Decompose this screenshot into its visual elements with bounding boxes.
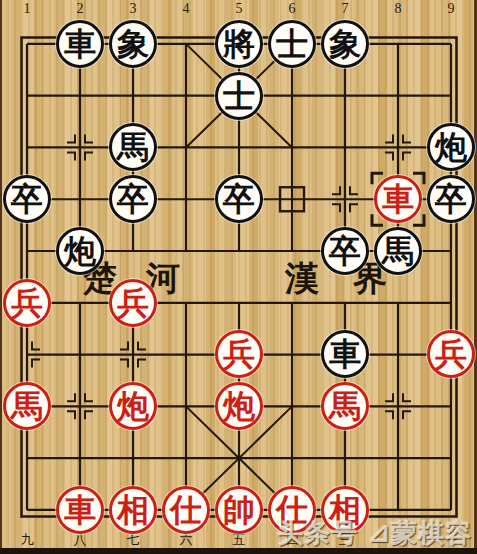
piece-red-cannon[interactable]: 炮 xyxy=(109,382,157,430)
piece-black-horse[interactable]: 馬 xyxy=(109,123,157,171)
file-label-top: 3 xyxy=(130,1,137,17)
file-label-top: 7 xyxy=(342,1,349,17)
piece-red-horse[interactable]: 馬 xyxy=(3,382,51,430)
piece-black-elephant[interactable]: 象 xyxy=(321,20,369,68)
piece-black-pawn[interactable]: 卒 xyxy=(321,227,369,275)
piece-red-pawn[interactable]: 兵 xyxy=(215,330,263,378)
piece-black-elephant[interactable]: 象 xyxy=(109,20,157,68)
board-grid[interactable]: 車象將士象士馬炮卒卒卒車卒炮卒馬兵兵兵車兵馬炮炮馬車相仕帥仕相 xyxy=(1,18,477,536)
piece-red-elephant[interactable]: 相 xyxy=(109,486,157,534)
piece-red-pawn[interactable]: 兵 xyxy=(427,330,475,378)
xiangqi-board: 123456789 九八七六五四三二一 楚河漢界 車象將士象士馬炮卒卒卒車卒炮卒… xyxy=(0,0,477,554)
file-label-top: 6 xyxy=(289,1,296,17)
file-label-top: 5 xyxy=(236,1,243,17)
piece-black-chariot[interactable]: 車 xyxy=(56,20,104,68)
piece-red-pawn[interactable]: 兵 xyxy=(109,279,157,327)
piece-black-cannon[interactable]: 炮 xyxy=(56,227,104,275)
piece-black-pawn[interactable]: 卒 xyxy=(427,175,475,223)
file-label-top: 8 xyxy=(395,1,402,17)
piece-black-pawn[interactable]: 卒 xyxy=(3,175,51,223)
piece-red-chariot[interactable]: 車 xyxy=(56,486,104,534)
piece-red-advisor[interactable]: 仕 xyxy=(162,486,210,534)
piece-red-pawn[interactable]: 兵 xyxy=(3,279,51,327)
piece-black-general[interactable]: 將 xyxy=(215,20,263,68)
piece-red-horse[interactable]: 馬 xyxy=(321,382,369,430)
piece-black-advisor[interactable]: 士 xyxy=(268,20,316,68)
file-label-top: 1 xyxy=(24,1,31,17)
piece-black-cannon[interactable]: 炮 xyxy=(427,123,475,171)
piece-black-horse[interactable]: 馬 xyxy=(374,227,422,275)
piece-black-pawn[interactable]: 卒 xyxy=(215,175,263,223)
piece-red-chariot[interactable]: 車 xyxy=(374,175,422,223)
file-label-top: 9 xyxy=(448,1,455,17)
piece-black-advisor[interactable]: 士 xyxy=(215,72,263,120)
piece-red-cannon[interactable]: 炮 xyxy=(215,382,263,430)
file-label-top: 4 xyxy=(183,1,190,17)
file-label-top: 2 xyxy=(77,1,84,17)
piece-black-pawn[interactable]: 卒 xyxy=(109,175,157,223)
piece-red-general[interactable]: 帥 xyxy=(215,486,263,534)
piece-black-chariot[interactable]: 車 xyxy=(321,330,369,378)
watermark: 头条号 ⊿蒙棋容 xyxy=(277,516,472,551)
